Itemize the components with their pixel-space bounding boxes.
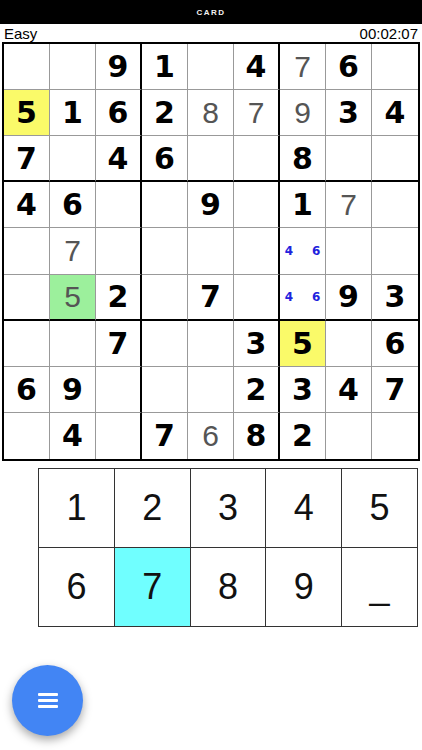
given-digit: 4 — [246, 49, 267, 84]
cell-r2c6[interactable]: 7 — [234, 90, 280, 136]
numpad-key-5[interactable]: 5 — [342, 469, 418, 548]
timer: 00:02:07 — [360, 25, 418, 42]
cell-r4c4[interactable] — [142, 182, 188, 228]
cell-r2c1[interactable]: 5 — [4, 90, 50, 136]
cell-r7c7[interactable]: 5 — [280, 321, 326, 367]
cell-r6c5[interactable]: 7 — [188, 275, 234, 321]
given-digit: 7 — [385, 372, 406, 407]
given-digit: 9 — [108, 49, 129, 84]
numpad-key-3[interactable]: 3 — [191, 469, 267, 548]
cell-r1c8[interactable]: 6 — [326, 44, 372, 90]
cell-r4c1[interactable]: 4 — [4, 182, 50, 228]
cell-r2c3[interactable]: 6 — [96, 90, 142, 136]
cell-r8c5[interactable] — [188, 367, 234, 413]
cell-r1c7[interactable]: 7 — [280, 44, 326, 90]
cell-r2c5[interactable]: 8 — [188, 90, 234, 136]
cell-r7c3[interactable]: 7 — [96, 321, 142, 367]
cell-r5c3[interactable] — [96, 228, 142, 274]
cell-r4c9[interactable] — [372, 182, 418, 228]
cell-r9c2[interactable]: 4 — [50, 413, 96, 459]
menu-fab-button[interactable] — [12, 665, 83, 736]
cell-r3c1[interactable]: 7 — [4, 136, 50, 182]
cell-r7c5[interactable] — [188, 321, 234, 367]
cell-r9c7[interactable]: 2 — [280, 413, 326, 459]
given-digit: 2 — [246, 372, 267, 407]
given-digit: 6 — [154, 141, 175, 176]
numpad-key-8[interactable]: 8 — [191, 548, 267, 627]
cell-r7c9[interactable]: 6 — [372, 321, 418, 367]
cell-r7c8[interactable] — [326, 321, 372, 367]
cell-r5c4[interactable] — [142, 228, 188, 274]
top-bar: Easy 00:02:07 — [0, 24, 422, 42]
cell-r3c4[interactable]: 6 — [142, 136, 188, 182]
cell-r8c7[interactable]: 3 — [280, 367, 326, 413]
given-digit: 9 — [62, 372, 83, 407]
cell-r5c1[interactable] — [4, 228, 50, 274]
cell-r3c5[interactable] — [188, 136, 234, 182]
cell-r4c6[interactable] — [234, 182, 280, 228]
cell-r6c8[interactable]: 9 — [326, 275, 372, 321]
user-digit: 7 — [340, 188, 357, 222]
cell-r1c1[interactable] — [4, 44, 50, 90]
cell-r7c1[interactable] — [4, 321, 50, 367]
given-digit: 3 — [338, 95, 359, 130]
given-digit: 7 — [108, 326, 129, 361]
given-digit: 6 — [338, 49, 359, 84]
given-digit: 6 — [62, 187, 83, 222]
given-digit: 3 — [292, 372, 313, 407]
user-digit: 7 — [248, 96, 265, 130]
pencil-notes: 46 — [282, 230, 323, 271]
cell-r7c2[interactable] — [50, 321, 96, 367]
given-digit: 4 — [62, 418, 83, 453]
cell-r6c3[interactable]: 2 — [96, 275, 142, 321]
cell-r3c9[interactable] — [372, 136, 418, 182]
cell-r5c9[interactable] — [372, 228, 418, 274]
cell-r2c2[interactable]: 1 — [50, 90, 96, 136]
cell-r1c5[interactable] — [188, 44, 234, 90]
cell-r4c3[interactable] — [96, 182, 142, 228]
given-digit: 6 — [16, 372, 37, 407]
cell-r9c8[interactable] — [326, 413, 372, 459]
cell-r1c6[interactable]: 4 — [234, 44, 280, 90]
difficulty-label: Easy — [4, 25, 37, 42]
cell-r5c8[interactable] — [326, 228, 372, 274]
numpad-key-2[interactable]: 2 — [115, 469, 191, 548]
cell-r6c4[interactable] — [142, 275, 188, 321]
given-digit: 8 — [246, 418, 267, 453]
given-digit: 4 — [16, 187, 37, 222]
numpad-key-1[interactable]: 1 — [39, 469, 115, 548]
cell-r7c4[interactable] — [142, 321, 188, 367]
cell-r1c3[interactable]: 9 — [96, 44, 142, 90]
user-digit: 8 — [202, 96, 219, 130]
cell-r1c2[interactable] — [50, 44, 96, 90]
user-digit: 7 — [294, 50, 311, 84]
cell-r5c2[interactable]: 7 — [50, 228, 96, 274]
given-digit: 2 — [292, 418, 313, 453]
cell-r1c4[interactable]: 1 — [142, 44, 188, 90]
user-digit: 7 — [64, 234, 81, 268]
sudoku-board: 9147651628793474684691774652746937356692… — [2, 42, 420, 461]
cell-r5c7[interactable]: 46 — [280, 228, 326, 274]
given-digit: 4 — [385, 95, 406, 130]
numpad-key-6[interactable]: 6 — [39, 548, 115, 627]
cell-r8c3[interactable] — [96, 367, 142, 413]
given-digit: 2 — [108, 279, 129, 314]
cell-r8c9[interactable]: 7 — [372, 367, 418, 413]
cell-r3c2[interactable] — [50, 136, 96, 182]
cell-r2c9[interactable]: 4 — [372, 90, 418, 136]
given-digit: 6 — [108, 95, 129, 130]
cell-r1c9[interactable] — [372, 44, 418, 90]
cell-r9c5[interactable]: 6 — [188, 413, 234, 459]
given-digit: 7 — [154, 418, 175, 453]
given-digit: 9 — [200, 187, 221, 222]
given-digit: 7 — [16, 141, 37, 176]
given-digit: 6 — [385, 326, 406, 361]
pencil-notes: 46 — [282, 277, 323, 317]
cell-r9c9[interactable] — [372, 413, 418, 459]
cell-r9c1[interactable] — [4, 413, 50, 459]
cell-r3c6[interactable] — [234, 136, 280, 182]
cell-r4c8[interactable]: 7 — [326, 182, 372, 228]
cell-r9c6[interactable]: 8 — [234, 413, 280, 459]
cell-r2c4[interactable]: 2 — [142, 90, 188, 136]
cell-r3c8[interactable] — [326, 136, 372, 182]
status-bar: CARD — [0, 0, 422, 24]
status-bar-text: CARD — [196, 8, 225, 17]
given-digit: 1 — [62, 95, 83, 130]
cell-r5c6[interactable] — [234, 228, 280, 274]
given-digit: 4 — [338, 372, 359, 407]
given-digit: 5 — [292, 326, 313, 361]
cell-r2c8[interactable]: 3 — [326, 90, 372, 136]
cell-r8c6[interactable]: 2 — [234, 367, 280, 413]
cell-r6c9[interactable]: 3 — [372, 275, 418, 321]
given-digit: 9 — [338, 279, 359, 314]
cell-r8c8[interactable]: 4 — [326, 367, 372, 413]
cell-r9c3[interactable] — [96, 413, 142, 459]
numpad-key-erase[interactable]: _ — [342, 548, 418, 627]
number-pad: 123456789_ — [38, 468, 418, 627]
cell-r7c6[interactable]: 3 — [234, 321, 280, 367]
user-digit: 6 — [202, 419, 219, 453]
numpad-key-4[interactable]: 4 — [266, 469, 342, 548]
cell-r2c7[interactable]: 9 — [280, 90, 326, 136]
numpad-key-7[interactable]: 7 — [115, 548, 191, 627]
cell-r4c5[interactable]: 9 — [188, 182, 234, 228]
cell-r3c3[interactable]: 4 — [96, 136, 142, 182]
given-digit: 2 — [154, 95, 175, 130]
given-digit: 8 — [292, 141, 313, 176]
cell-r5c5[interactable] — [188, 228, 234, 274]
cell-r9c4[interactable]: 7 — [142, 413, 188, 459]
cell-r6c1[interactable] — [4, 275, 50, 321]
menu-icon — [38, 693, 58, 696]
cell-r6c6[interactable] — [234, 275, 280, 321]
user-digit: 9 — [294, 96, 311, 130]
given-digit: 3 — [385, 279, 406, 314]
given-digit: 1 — [292, 187, 313, 222]
user-digit: 5 — [64, 280, 81, 314]
cell-r4c7[interactable]: 1 — [280, 182, 326, 228]
cell-r6c7[interactable]: 46 — [280, 275, 326, 321]
given-digit: 5 — [16, 95, 37, 130]
cell-r8c4[interactable] — [142, 367, 188, 413]
cell-r8c2[interactable]: 9 — [50, 367, 96, 413]
cell-r6c2[interactable]: 5 — [50, 275, 96, 321]
given-digit: 1 — [154, 49, 175, 84]
cell-r8c1[interactable]: 6 — [4, 367, 50, 413]
numpad-key-9[interactable]: 9 — [266, 548, 342, 627]
cell-r4c2[interactable]: 6 — [50, 182, 96, 228]
given-digit: 7 — [200, 279, 221, 314]
given-digit: 3 — [246, 326, 267, 361]
cell-r3c7[interactable]: 8 — [280, 136, 326, 182]
given-digit: 4 — [108, 141, 129, 176]
